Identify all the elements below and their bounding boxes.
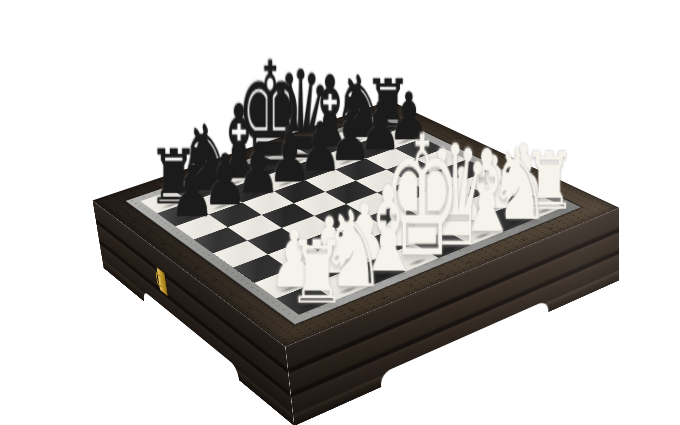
rim-file-a: a — [547, 227, 555, 231]
white-rook: ♜ — [288, 229, 347, 316]
rim-rank-1: 1 — [246, 306, 254, 311]
black-pawn: ♟ — [170, 156, 215, 227]
rim-rank-5: 5 — [176, 254, 184, 258]
rim-rank-2: 2 — [227, 292, 235, 297]
rim-file-f: f — [409, 284, 416, 288]
chess-case: hgfedcba hgfedcba 87654321 87654321 ♜♞♝♚… — [92, 101, 619, 347]
rim-rank-8: 8 — [131, 220, 138, 224]
rim-file-h: h — [348, 308, 357, 313]
rim-file-c: c — [493, 249, 501, 253]
rim-rank-3: 3 — [210, 279, 218, 283]
rim-file-d: d — [465, 260, 474, 264]
rim-file-e: e — [437, 272, 446, 276]
rim-rank-4: 4 — [193, 266, 201, 270]
photo-stage: hgfedcba hgfedcba 87654321 87654321 ♜♞♝♚… — [0, 0, 680, 425]
rim-file-g: g — [379, 296, 388, 301]
rim-rank-7: 7 — [145, 231, 152, 235]
rim-file-b: b — [520, 238, 529, 242]
rim-rank-6: 6 — [161, 243, 168, 247]
chess-set-photo: hgfedcba hgfedcba 87654321 87654321 ♜♞♝♚… — [0, 0, 680, 425]
